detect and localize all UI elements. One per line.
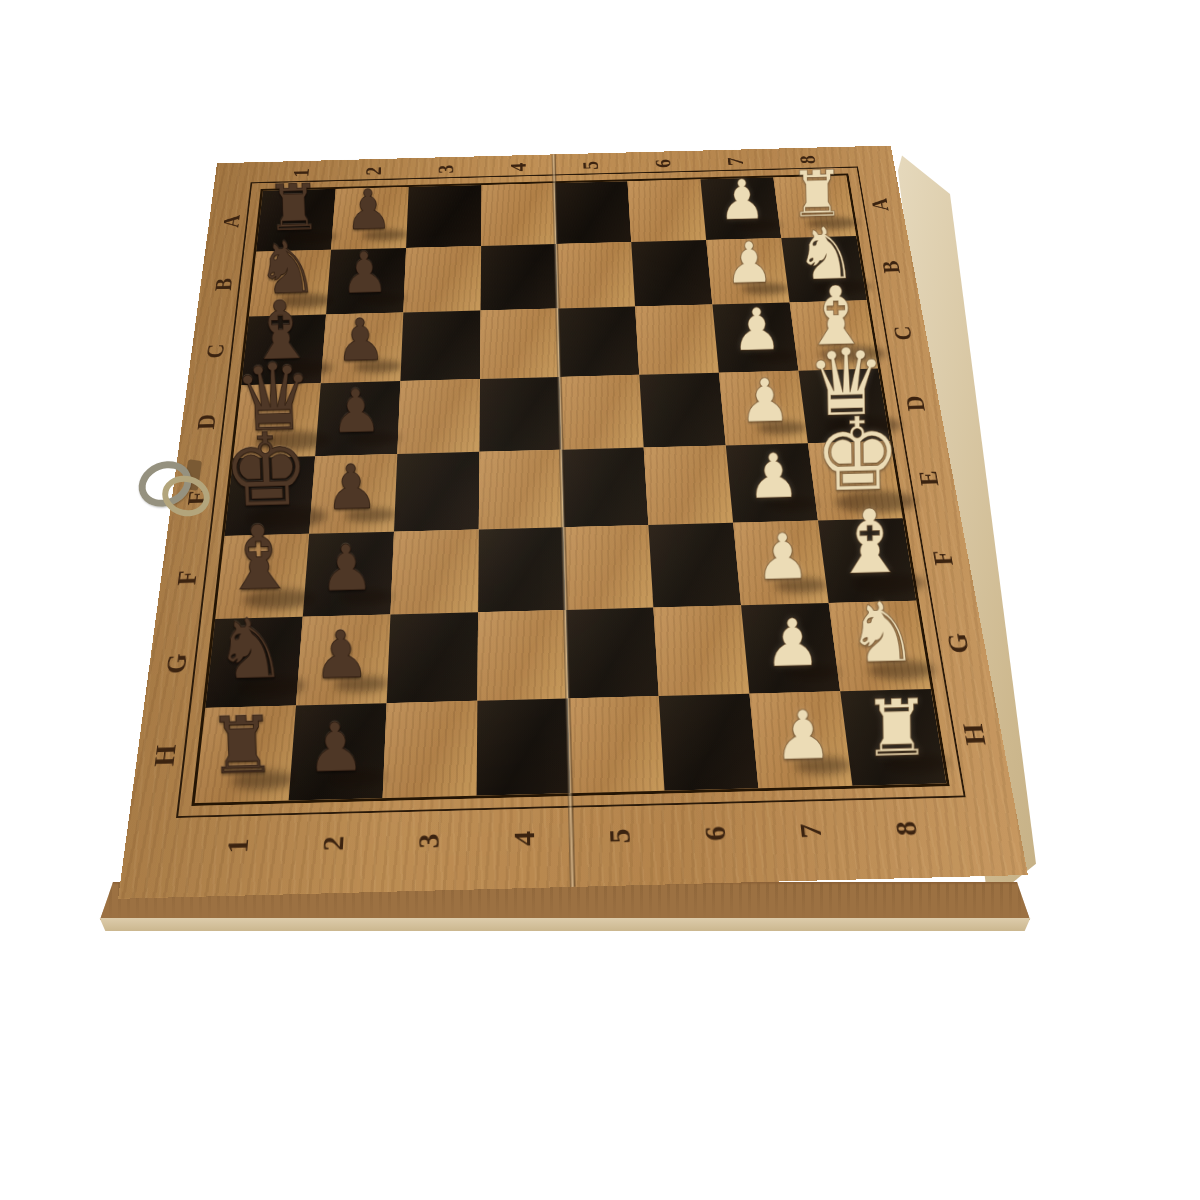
white-knight-glyph: ♞ <box>815 589 951 676</box>
dark-pawn-glyph: ♟ <box>280 536 412 603</box>
chess-board: AABBCCDDEEFFGGHH1122334455667788 ♜♞♝♛♚♝♞… <box>118 146 1028 899</box>
white-rook-glyph: ♜ <box>826 688 966 769</box>
dark-pawn-glyph: ♟ <box>287 456 415 521</box>
dark-pawn-glyph: ♟ <box>273 621 410 690</box>
board-base-edge <box>94 918 1036 931</box>
dark-pawn-glyph: ♟ <box>265 713 407 784</box>
white-bishop-glyph: ♝ <box>804 497 935 589</box>
clasp <box>134 448 224 528</box>
chessboard-photo: AABBCCDDEEFFGGHH1122334455667788 ♜♞♝♛♚♝♞… <box>0 0 1200 1200</box>
